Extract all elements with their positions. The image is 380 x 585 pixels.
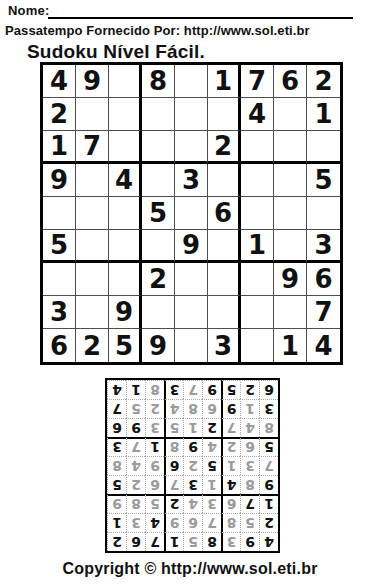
solution-cell-r8c9: 7 bbox=[107, 399, 126, 418]
solution-cell-r1c8: 6 bbox=[126, 532, 145, 551]
solution-cell-r8c1: 3 bbox=[259, 399, 278, 418]
copyright-text: Copyright © http://www.sol.eti.br bbox=[0, 560, 380, 578]
puzzle-cell-r4c7 bbox=[241, 164, 274, 197]
puzzle-cell-r3c9 bbox=[307, 131, 340, 164]
solution-cell-r6c2: 6 bbox=[240, 437, 259, 456]
solution-cell-r7c4: 2 bbox=[202, 418, 221, 437]
solution-cell-r4c6: 7 bbox=[164, 475, 183, 494]
solution-cell-r2c5: 6 bbox=[183, 513, 202, 532]
solution-cell-r8c6: 4 bbox=[164, 399, 183, 418]
puzzle-cell-r1c7: 7 bbox=[241, 65, 274, 98]
puzzle-cell-r5c9 bbox=[307, 197, 340, 230]
page-title: Sudoku Nível Fácil. bbox=[27, 41, 205, 63]
puzzle-cell-r6c2 bbox=[76, 230, 109, 263]
solution-cell-r4c9: 5 bbox=[107, 475, 126, 494]
solution-cell-r5c7: 9 bbox=[145, 456, 164, 475]
solution-cell-r6c3: 2 bbox=[221, 437, 240, 456]
puzzle-cell-r9c8: 1 bbox=[274, 329, 307, 362]
sudoku-solution-grid-rotated: 4938517622587694311763425899841376257315… bbox=[105, 378, 280, 553]
puzzle-cell-r6c1: 5 bbox=[43, 230, 76, 263]
puzzle-cell-r2c2 bbox=[76, 98, 109, 131]
solution-cell-r8c3: 9 bbox=[221, 399, 240, 418]
puzzle-cell-r3c8 bbox=[274, 131, 307, 164]
puzzle-cell-r6c5: 9 bbox=[175, 230, 208, 263]
puzzle-cell-r6c6 bbox=[208, 230, 241, 263]
solution-cell-r3c6: 2 bbox=[164, 494, 183, 513]
puzzle-cell-r8c5 bbox=[175, 296, 208, 329]
solution-cell-r5c5: 2 bbox=[183, 456, 202, 475]
solution-cell-r9c5: 7 bbox=[183, 380, 202, 399]
solution-cell-r3c8: 8 bbox=[126, 494, 145, 513]
puzzle-cell-r3c7 bbox=[241, 131, 274, 164]
solution-cell-r1c9: 2 bbox=[107, 532, 126, 551]
puzzle-cell-r6c8 bbox=[274, 230, 307, 263]
solution-cell-r3c1: 1 bbox=[259, 494, 278, 513]
solution-cell-r9c6: 3 bbox=[164, 380, 183, 399]
solution-cell-r6c8: 7 bbox=[126, 437, 145, 456]
puzzle-cell-r5c3 bbox=[109, 197, 142, 230]
puzzle-cell-r5c4: 5 bbox=[142, 197, 175, 230]
solution-cell-r7c8: 9 bbox=[126, 418, 145, 437]
solution-cell-r4c3: 4 bbox=[221, 475, 240, 494]
solution-cell-r4c1: 9 bbox=[259, 475, 278, 494]
solution-cell-r9c4: 9 bbox=[202, 380, 221, 399]
solution-cell-r1c1: 4 bbox=[259, 532, 278, 551]
solution-cell-r6c1: 5 bbox=[259, 437, 278, 456]
sudoku-puzzle-grid: 498176224117294355659132963976259314 bbox=[40, 62, 343, 365]
solution-cell-r3c3: 6 bbox=[221, 494, 240, 513]
solution-cell-r8c7: 2 bbox=[145, 399, 164, 418]
puzzle-cell-r9c1: 6 bbox=[43, 329, 76, 362]
solution-cell-r6c4: 4 bbox=[202, 437, 221, 456]
puzzle-cell-r4c4 bbox=[142, 164, 175, 197]
solution-cell-r3c5: 4 bbox=[183, 494, 202, 513]
puzzle-cell-r3c6: 2 bbox=[208, 131, 241, 164]
puzzle-cell-r6c9: 3 bbox=[307, 230, 340, 263]
solution-cell-r7c3: 7 bbox=[221, 418, 240, 437]
puzzle-cell-r7c3 bbox=[109, 263, 142, 296]
solution-cell-r2c2: 5 bbox=[240, 513, 259, 532]
puzzle-cell-r5c6: 6 bbox=[208, 197, 241, 230]
puzzle-cell-r4c5: 3 bbox=[175, 164, 208, 197]
solution-cell-r2c3: 8 bbox=[221, 513, 240, 532]
puzzle-cell-r9c4: 9 bbox=[142, 329, 175, 362]
solution-cell-r2c8: 3 bbox=[126, 513, 145, 532]
solution-cell-r2c4: 7 bbox=[202, 513, 221, 532]
solution-cell-r5c3: 1 bbox=[221, 456, 240, 475]
solution-cell-r9c3: 5 bbox=[221, 380, 240, 399]
puzzle-cell-r7c2 bbox=[76, 263, 109, 296]
solution-cell-r8c4: 6 bbox=[202, 399, 221, 418]
solution-cell-r3c4: 3 bbox=[202, 494, 221, 513]
puzzle-cell-r6c7: 1 bbox=[241, 230, 274, 263]
puzzle-cell-r9c5 bbox=[175, 329, 208, 362]
puzzle-cell-r2c8 bbox=[274, 98, 307, 131]
solution-cell-r2c1: 2 bbox=[259, 513, 278, 532]
solution-cell-r8c5: 8 bbox=[183, 399, 202, 418]
puzzle-cell-r1c1: 4 bbox=[43, 65, 76, 98]
puzzle-cell-r9c7 bbox=[241, 329, 274, 362]
puzzle-cell-r1c6: 1 bbox=[208, 65, 241, 98]
puzzle-cell-r7c1 bbox=[43, 263, 76, 296]
puzzle-cell-r4c3: 4 bbox=[109, 164, 142, 197]
puzzle-cell-r6c4 bbox=[142, 230, 175, 263]
solution-cell-r4c5: 3 bbox=[183, 475, 202, 494]
puzzle-cell-r6c3 bbox=[109, 230, 142, 263]
solution-cell-r5c9: 8 bbox=[107, 456, 126, 475]
puzzle-cell-r3c4 bbox=[142, 131, 175, 164]
solution-cell-r4c8: 2 bbox=[126, 475, 145, 494]
solution-cell-r7c2: 4 bbox=[240, 418, 259, 437]
solution-cell-r7c1: 8 bbox=[259, 418, 278, 437]
solution-cell-r9c2: 2 bbox=[240, 380, 259, 399]
puzzle-cell-r1c2: 9 bbox=[76, 65, 109, 98]
puzzle-cell-r7c5 bbox=[175, 263, 208, 296]
solution-cell-r5c2: 3 bbox=[240, 456, 259, 475]
puzzle-cell-r9c6: 3 bbox=[208, 329, 241, 362]
solution-cell-r9c7: 8 bbox=[145, 380, 164, 399]
solution-cell-r1c7: 7 bbox=[145, 532, 164, 551]
puzzle-cell-r3c1: 1 bbox=[43, 131, 76, 164]
puzzle-cell-r8c1: 3 bbox=[43, 296, 76, 329]
puzzle-cell-r1c9: 2 bbox=[307, 65, 340, 98]
solution-cell-r7c7: 3 bbox=[145, 418, 164, 437]
solution-cell-r7c5: 1 bbox=[183, 418, 202, 437]
puzzle-cell-r7c6 bbox=[208, 263, 241, 296]
puzzle-cell-r7c7 bbox=[241, 263, 274, 296]
puzzle-cell-r2c9: 1 bbox=[307, 98, 340, 131]
puzzle-cell-r4c6 bbox=[208, 164, 241, 197]
solution-cell-r5c6: 6 bbox=[164, 456, 183, 475]
puzzle-cell-r2c4 bbox=[142, 98, 175, 131]
puzzle-cell-r7c9: 6 bbox=[307, 263, 340, 296]
puzzle-cell-r2c6 bbox=[208, 98, 241, 131]
puzzle-cell-r8c4 bbox=[142, 296, 175, 329]
puzzle-cell-r4c1: 9 bbox=[43, 164, 76, 197]
provider-line: Passatempo Fornecido Por: http://www.sol… bbox=[5, 23, 310, 38]
solution-cell-r2c7: 4 bbox=[145, 513, 164, 532]
solution-cell-r9c9: 4 bbox=[107, 380, 126, 399]
solution-cell-r4c2: 8 bbox=[240, 475, 259, 494]
solution-cell-r6c7: 1 bbox=[145, 437, 164, 456]
puzzle-cell-r1c8: 6 bbox=[274, 65, 307, 98]
solution-cell-r1c3: 3 bbox=[221, 532, 240, 551]
puzzle-cell-r9c2: 2 bbox=[76, 329, 109, 362]
puzzle-cell-r2c7: 4 bbox=[241, 98, 274, 131]
puzzle-cell-r2c5 bbox=[175, 98, 208, 131]
solution-cell-r4c4: 1 bbox=[202, 475, 221, 494]
puzzle-cell-r8c2 bbox=[76, 296, 109, 329]
solution-cell-r5c4: 5 bbox=[202, 456, 221, 475]
puzzle-cell-r4c8 bbox=[274, 164, 307, 197]
solution-cell-r3c2: 7 bbox=[240, 494, 259, 513]
solution-cell-r3c9: 9 bbox=[107, 494, 126, 513]
solution-cell-r7c9: 6 bbox=[107, 418, 126, 437]
puzzle-cell-r2c1: 2 bbox=[43, 98, 76, 131]
puzzle-cell-r1c5 bbox=[175, 65, 208, 98]
solution-cell-r2c9: 1 bbox=[107, 513, 126, 532]
worksheet-page: Nome: Passatempo Fornecido Por: http://w… bbox=[0, 0, 380, 585]
solution-cell-r9c1: 6 bbox=[259, 380, 278, 399]
puzzle-cell-r7c8: 9 bbox=[274, 263, 307, 296]
puzzle-cell-r5c8 bbox=[274, 197, 307, 230]
puzzle-cell-r8c9: 7 bbox=[307, 296, 340, 329]
solution-cell-r1c5: 5 bbox=[183, 532, 202, 551]
puzzle-cell-r1c4: 8 bbox=[142, 65, 175, 98]
puzzle-cell-r5c2 bbox=[76, 197, 109, 230]
puzzle-cell-r5c5 bbox=[175, 197, 208, 230]
solution-cell-r3c7: 5 bbox=[145, 494, 164, 513]
solution-cell-r1c4: 8 bbox=[202, 532, 221, 551]
solution-cell-r7c6: 5 bbox=[164, 418, 183, 437]
puzzle-cell-r2c3 bbox=[109, 98, 142, 131]
puzzle-cell-r8c8 bbox=[274, 296, 307, 329]
solution-cell-r6c9: 3 bbox=[107, 437, 126, 456]
puzzle-cell-r4c2 bbox=[76, 164, 109, 197]
puzzle-cell-r4c9: 5 bbox=[307, 164, 340, 197]
puzzle-cell-r3c3 bbox=[109, 131, 142, 164]
name-label: Nome: bbox=[8, 3, 49, 18]
puzzle-cell-r7c4: 2 bbox=[142, 263, 175, 296]
solution-cell-r6c6: 8 bbox=[164, 437, 183, 456]
puzzle-cell-r9c9: 4 bbox=[307, 329, 340, 362]
solution-cell-r5c8: 4 bbox=[126, 456, 145, 475]
solution-cell-r9c8: 1 bbox=[126, 380, 145, 399]
name-write-line bbox=[48, 1, 353, 19]
puzzle-cell-r9c3: 5 bbox=[109, 329, 142, 362]
solution-cell-r8c8: 5 bbox=[126, 399, 145, 418]
solution-cell-r6c5: 9 bbox=[183, 437, 202, 456]
puzzle-cell-r3c5 bbox=[175, 131, 208, 164]
puzzle-cell-r8c7 bbox=[241, 296, 274, 329]
solution-cell-r2c6: 9 bbox=[164, 513, 183, 532]
puzzle-cell-r5c1 bbox=[43, 197, 76, 230]
solution-cell-r5c1: 7 bbox=[259, 456, 278, 475]
puzzle-cell-r8c3: 9 bbox=[109, 296, 142, 329]
puzzle-cell-r3c2: 7 bbox=[76, 131, 109, 164]
solution-cell-r4c7: 6 bbox=[145, 475, 164, 494]
puzzle-cell-r8c6 bbox=[208, 296, 241, 329]
puzzle-cell-r5c7 bbox=[241, 197, 274, 230]
puzzle-cell-r1c3 bbox=[109, 65, 142, 98]
solution-cell-r8c2: 1 bbox=[240, 399, 259, 418]
solution-cell-r1c6: 1 bbox=[164, 532, 183, 551]
solution-cell-r1c2: 9 bbox=[240, 532, 259, 551]
